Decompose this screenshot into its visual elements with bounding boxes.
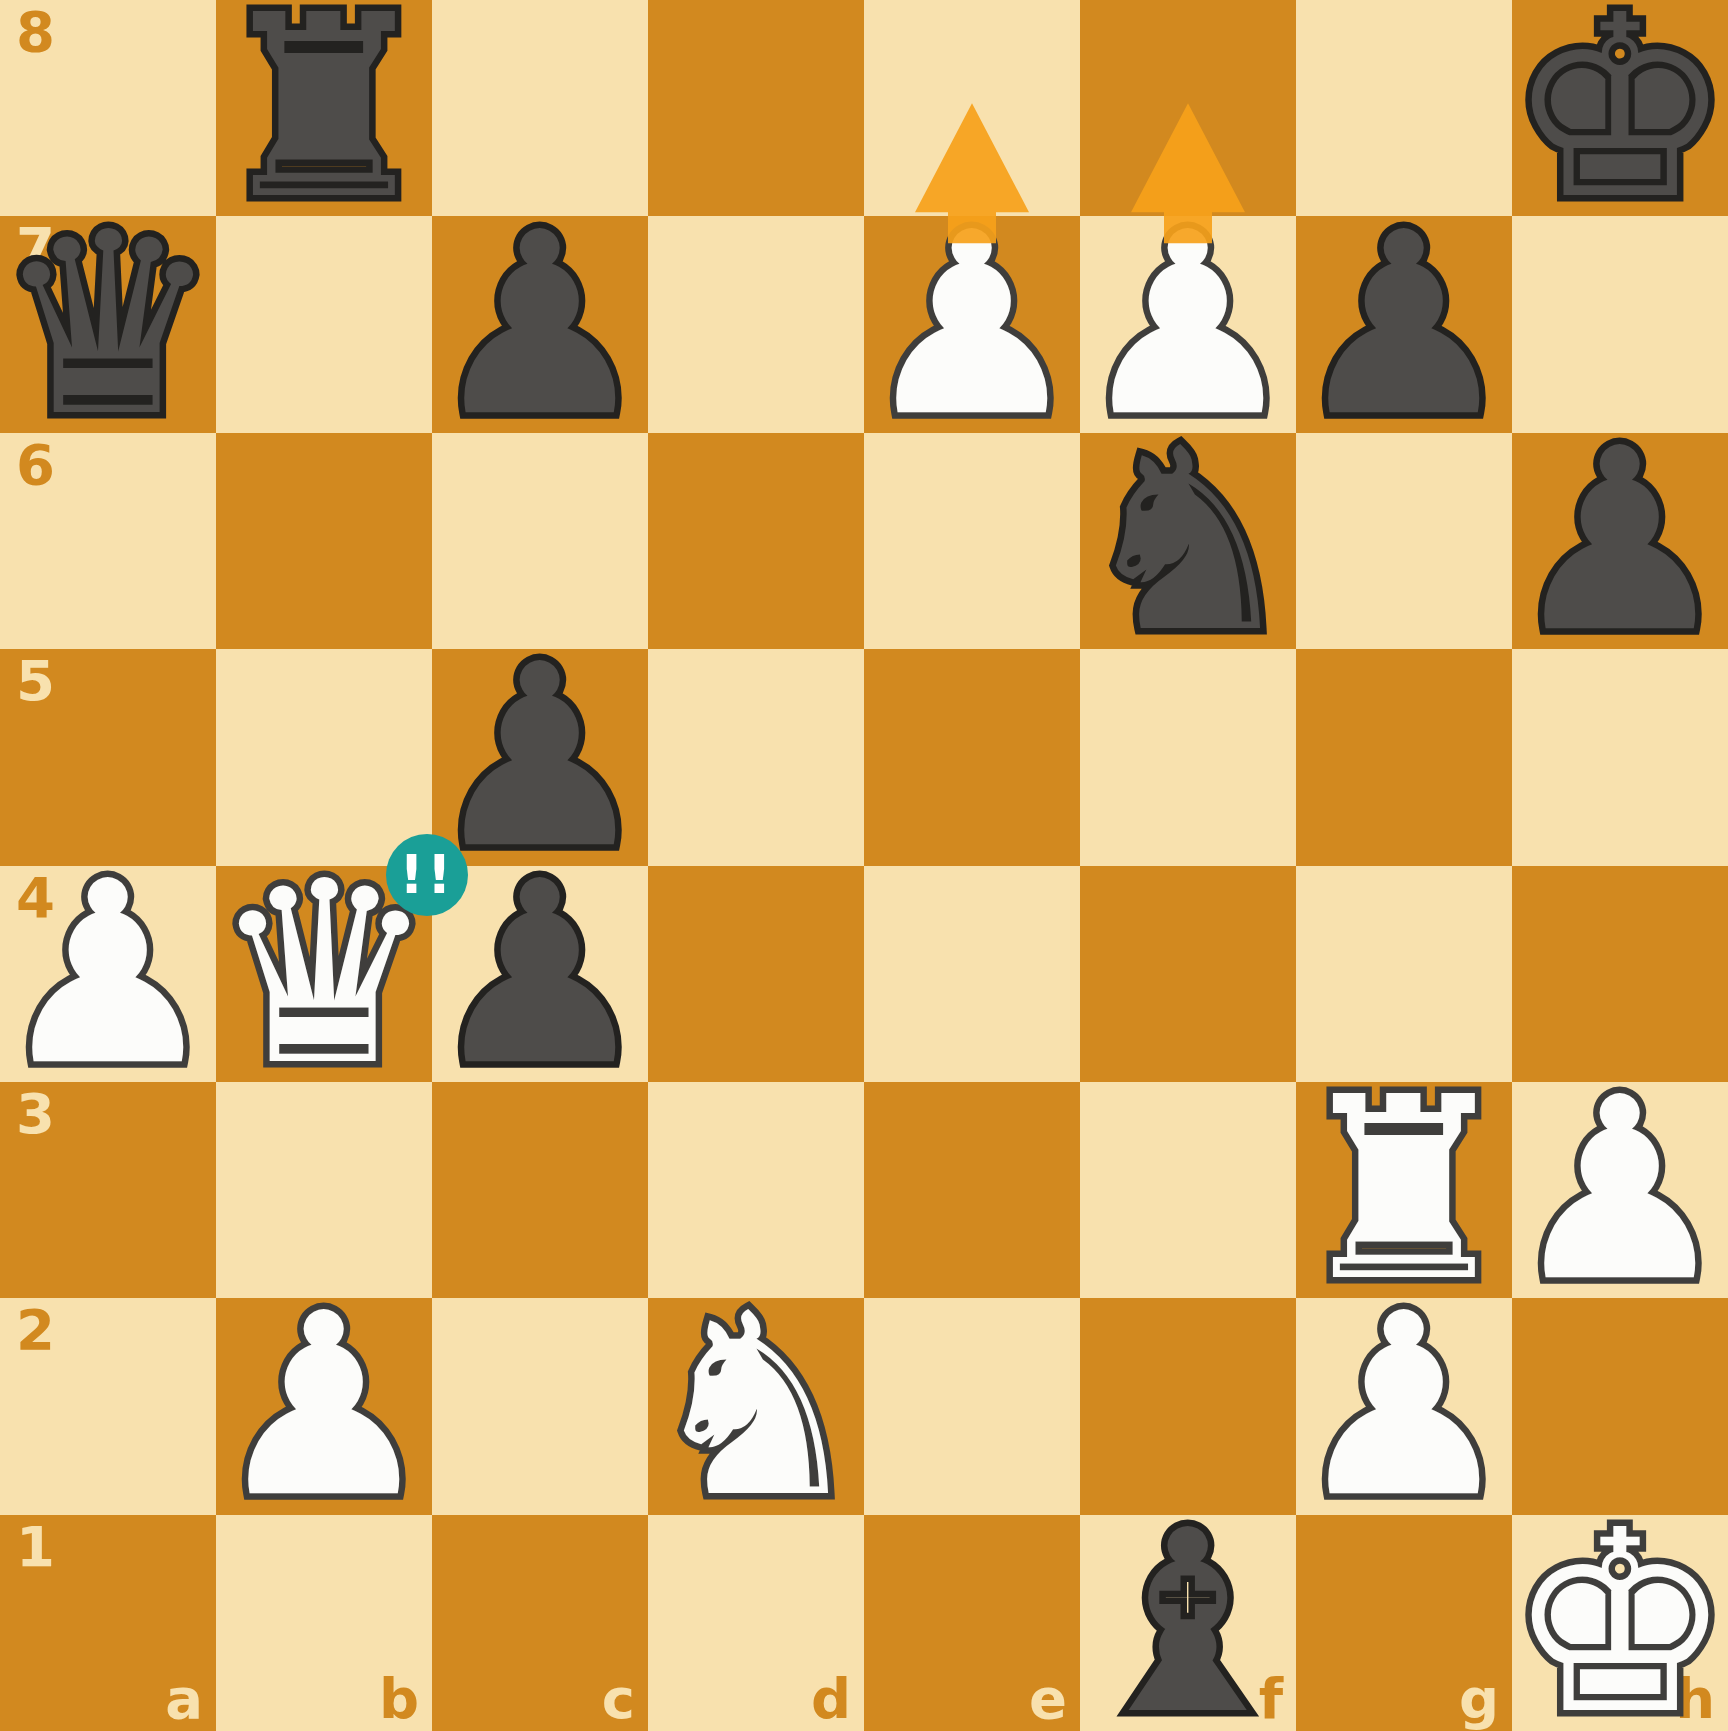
- square-g5[interactable]: [1296, 649, 1512, 865]
- square-b2[interactable]: [216, 1298, 432, 1514]
- square-f4[interactable]: [1080, 866, 1296, 1082]
- file-label-a: a: [165, 1671, 203, 1727]
- square-e5[interactable]: [864, 649, 1080, 865]
- black-knight-f6[interactable]: [1080, 433, 1296, 649]
- square-c4[interactable]: [432, 866, 648, 1082]
- file-label-c: c: [602, 1671, 635, 1727]
- black-pawn-g7[interactable]: [1296, 216, 1512, 432]
- square-d7[interactable]: [648, 216, 864, 432]
- square-b8[interactable]: [216, 0, 432, 216]
- file-label-d: d: [811, 1671, 851, 1727]
- square-d4[interactable]: [648, 866, 864, 1082]
- square-h1[interactable]: h: [1512, 1515, 1728, 1731]
- brilliant-move-badge: !!: [386, 834, 468, 916]
- file-label-b: b: [379, 1671, 419, 1727]
- rank-label-1: 1: [16, 1519, 55, 1575]
- square-e7[interactable]: [864, 216, 1080, 432]
- square-e3[interactable]: [864, 1082, 1080, 1298]
- square-h8[interactable]: [1512, 0, 1728, 216]
- square-e2[interactable]: [864, 1298, 1080, 1514]
- square-g7[interactable]: [1296, 216, 1512, 432]
- white-knight-d2[interactable]: [648, 1298, 864, 1514]
- square-a7[interactable]: 7: [0, 216, 216, 432]
- chess-board: 87654321abcdefgh: [0, 0, 1728, 1731]
- square-f6[interactable]: [1080, 433, 1296, 649]
- square-a2[interactable]: 2: [0, 1298, 216, 1514]
- square-c7[interactable]: [432, 216, 648, 432]
- square-b6[interactable]: [216, 433, 432, 649]
- white-pawn-b2[interactable]: [216, 1298, 432, 1514]
- black-pawn-h6[interactable]: [1512, 433, 1728, 649]
- white-king-h1[interactable]: [1512, 1515, 1728, 1731]
- square-a1[interactable]: 1a: [0, 1515, 216, 1731]
- rank-label-8: 8: [16, 4, 55, 60]
- white-pawn-a4[interactable]: [0, 866, 216, 1082]
- square-d2[interactable]: [648, 1298, 864, 1514]
- square-e1[interactable]: e: [864, 1515, 1080, 1731]
- square-e4[interactable]: [864, 866, 1080, 1082]
- black-bishop-f1[interactable]: [1080, 1515, 1296, 1731]
- square-f3[interactable]: [1080, 1082, 1296, 1298]
- chess-board-wrap: 87654321abcdefgh !!: [0, 0, 1728, 1731]
- white-pawn-e7[interactable]: [864, 216, 1080, 432]
- black-king-h8[interactable]: [1512, 0, 1728, 216]
- square-a4[interactable]: 4: [0, 866, 216, 1082]
- file-label-e: e: [1029, 1671, 1067, 1727]
- black-pawn-c7[interactable]: [432, 216, 648, 432]
- square-f1[interactable]: f: [1080, 1515, 1296, 1731]
- black-pawn-c4[interactable]: [432, 866, 648, 1082]
- square-c1[interactable]: c: [432, 1515, 648, 1731]
- square-d5[interactable]: [648, 649, 864, 865]
- black-queen-a7[interactable]: [0, 216, 216, 432]
- rank-label-2: 2: [16, 1302, 55, 1358]
- square-d6[interactable]: [648, 433, 864, 649]
- white-pawn-h3[interactable]: [1512, 1082, 1728, 1298]
- square-d8[interactable]: [648, 0, 864, 216]
- white-pawn-g2[interactable]: [1296, 1298, 1512, 1514]
- black-rook-b8[interactable]: [216, 0, 432, 216]
- square-h6[interactable]: [1512, 433, 1728, 649]
- file-label-g: g: [1459, 1671, 1499, 1727]
- rank-label-5: 5: [16, 653, 55, 709]
- square-h3[interactable]: [1512, 1082, 1728, 1298]
- square-c2[interactable]: [432, 1298, 648, 1514]
- square-g2[interactable]: [1296, 1298, 1512, 1514]
